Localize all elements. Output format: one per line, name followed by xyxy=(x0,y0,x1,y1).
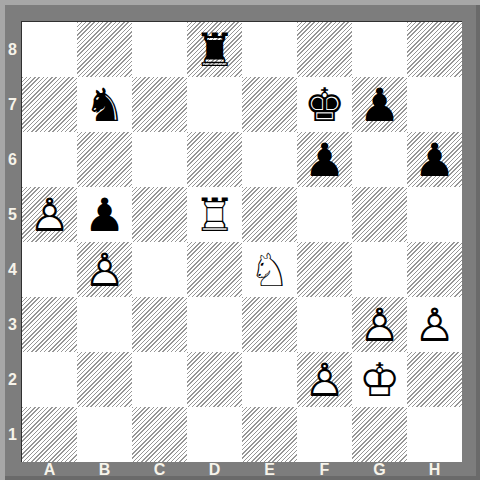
square-a5[interactable]: ♟♙ xyxy=(22,187,77,242)
square-g1[interactable] xyxy=(352,407,407,462)
square-d1[interactable] xyxy=(187,407,242,462)
rank-label-3: 3 xyxy=(0,297,21,352)
square-c7[interactable] xyxy=(132,77,187,132)
file-label-f: F xyxy=(297,460,352,480)
file-label-c: C xyxy=(132,460,187,480)
square-f5[interactable] xyxy=(297,187,352,242)
piece-white-pawn: ♟♙ xyxy=(407,297,462,352)
piece-white-pawn: ♟♙ xyxy=(77,242,132,297)
piece-white-pawn: ♟♙ xyxy=(352,297,407,352)
chessboard-frame: ♜♞♚♟♟♟♟♙♟♜♖♟♙♞♘♟♙♟♙♟♙♚♔ 87654321 ABCDEFG… xyxy=(0,0,480,480)
file-labels: ABCDEFGH xyxy=(22,460,462,480)
square-c2[interactable] xyxy=(132,352,187,407)
square-g2[interactable]: ♚♔ xyxy=(352,352,407,407)
rank-label-5: 5 xyxy=(0,187,21,242)
piece-white-pawn: ♟♙ xyxy=(297,352,352,407)
piece-white-rook: ♜♖ xyxy=(187,187,242,242)
square-d3[interactable] xyxy=(187,297,242,352)
square-a7[interactable] xyxy=(22,77,77,132)
rank-label-7: 7 xyxy=(0,77,21,132)
square-d5[interactable]: ♜♖ xyxy=(187,187,242,242)
square-a3[interactable] xyxy=(22,297,77,352)
square-g4[interactable] xyxy=(352,242,407,297)
file-label-b: B xyxy=(77,460,132,480)
square-b4[interactable]: ♟♙ xyxy=(77,242,132,297)
square-c6[interactable] xyxy=(132,132,187,187)
square-a1[interactable] xyxy=(22,407,77,462)
square-b1[interactable] xyxy=(77,407,132,462)
piece-white-knight: ♞♘ xyxy=(242,242,297,297)
rank-label-4: 4 xyxy=(0,242,21,297)
square-f3[interactable] xyxy=(297,297,352,352)
rank-label-6: 6 xyxy=(0,132,21,187)
square-a2[interactable] xyxy=(22,352,77,407)
piece-black-pawn: ♟ xyxy=(297,132,352,187)
square-h5[interactable] xyxy=(407,187,462,242)
chessboard: ♜♞♚♟♟♟♟♙♟♜♖♟♙♞♘♟♙♟♙♟♙♚♔ xyxy=(21,21,462,462)
square-h1[interactable] xyxy=(407,407,462,462)
square-e8[interactable] xyxy=(242,22,297,77)
square-a4[interactable] xyxy=(22,242,77,297)
square-d7[interactable] xyxy=(187,77,242,132)
file-label-d: D xyxy=(187,460,242,480)
square-a8[interactable] xyxy=(22,22,77,77)
square-c4[interactable] xyxy=(132,242,187,297)
square-c3[interactable] xyxy=(132,297,187,352)
square-d6[interactable] xyxy=(187,132,242,187)
square-h4[interactable] xyxy=(407,242,462,297)
square-f6[interactable]: ♟ xyxy=(297,132,352,187)
square-f2[interactable]: ♟♙ xyxy=(297,352,352,407)
square-g3[interactable]: ♟♙ xyxy=(352,297,407,352)
square-e5[interactable] xyxy=(242,187,297,242)
square-c8[interactable] xyxy=(132,22,187,77)
piece-white-king: ♚♔ xyxy=(352,352,407,407)
rank-label-2: 2 xyxy=(0,352,21,407)
piece-white-pawn: ♟♙ xyxy=(22,187,77,242)
rank-label-8: 8 xyxy=(0,22,21,77)
square-b3[interactable] xyxy=(77,297,132,352)
file-label-e: E xyxy=(242,460,297,480)
square-g6[interactable] xyxy=(352,132,407,187)
file-label-h: H xyxy=(407,460,462,480)
square-g7[interactable]: ♟ xyxy=(352,77,407,132)
square-b8[interactable] xyxy=(77,22,132,77)
square-g8[interactable] xyxy=(352,22,407,77)
square-c5[interactable] xyxy=(132,187,187,242)
square-d8[interactable]: ♜ xyxy=(187,22,242,77)
square-h6[interactable]: ♟ xyxy=(407,132,462,187)
square-h8[interactable] xyxy=(407,22,462,77)
square-f8[interactable] xyxy=(297,22,352,77)
square-e6[interactable] xyxy=(242,132,297,187)
square-c1[interactable] xyxy=(132,407,187,462)
piece-black-rook: ♜ xyxy=(187,22,242,77)
piece-black-pawn: ♟ xyxy=(77,187,132,242)
piece-black-pawn: ♟ xyxy=(352,77,407,132)
square-a6[interactable] xyxy=(22,132,77,187)
square-e1[interactable] xyxy=(242,407,297,462)
square-f1[interactable] xyxy=(297,407,352,462)
square-g5[interactable] xyxy=(352,187,407,242)
file-label-g: G xyxy=(352,460,407,480)
piece-black-pawn: ♟ xyxy=(407,132,462,187)
square-b2[interactable] xyxy=(77,352,132,407)
square-e4[interactable]: ♞♘ xyxy=(242,242,297,297)
square-b5[interactable]: ♟ xyxy=(77,187,132,242)
square-h3[interactable]: ♟♙ xyxy=(407,297,462,352)
piece-black-knight: ♞ xyxy=(77,77,132,132)
square-b7[interactable]: ♞ xyxy=(77,77,132,132)
square-f7[interactable]: ♚ xyxy=(297,77,352,132)
square-h2[interactable] xyxy=(407,352,462,407)
piece-black-king: ♚ xyxy=(297,77,352,132)
square-b6[interactable] xyxy=(77,132,132,187)
square-e2[interactable] xyxy=(242,352,297,407)
square-d4[interactable] xyxy=(187,242,242,297)
square-e7[interactable] xyxy=(242,77,297,132)
square-e3[interactable] xyxy=(242,297,297,352)
square-d2[interactable] xyxy=(187,352,242,407)
rank-labels: 87654321 xyxy=(0,22,21,462)
square-f4[interactable] xyxy=(297,242,352,297)
rank-label-1: 1 xyxy=(0,407,21,462)
file-label-a: A xyxy=(22,460,77,480)
square-h7[interactable] xyxy=(407,77,462,132)
